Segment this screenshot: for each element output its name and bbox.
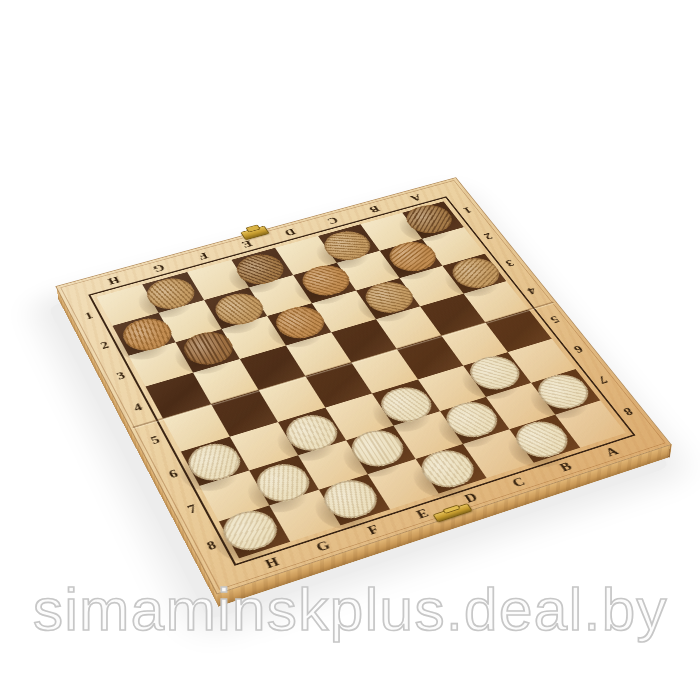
product-photo: HHGGFFEEDDCCBBAA1122334455667788 simamin… — [0, 0, 700, 700]
checkers-board: HHGGFFEEDDCCBBAA1122334455667788 — [55, 177, 671, 594]
watermark: simaminskplus.deal.by — [33, 577, 668, 643]
